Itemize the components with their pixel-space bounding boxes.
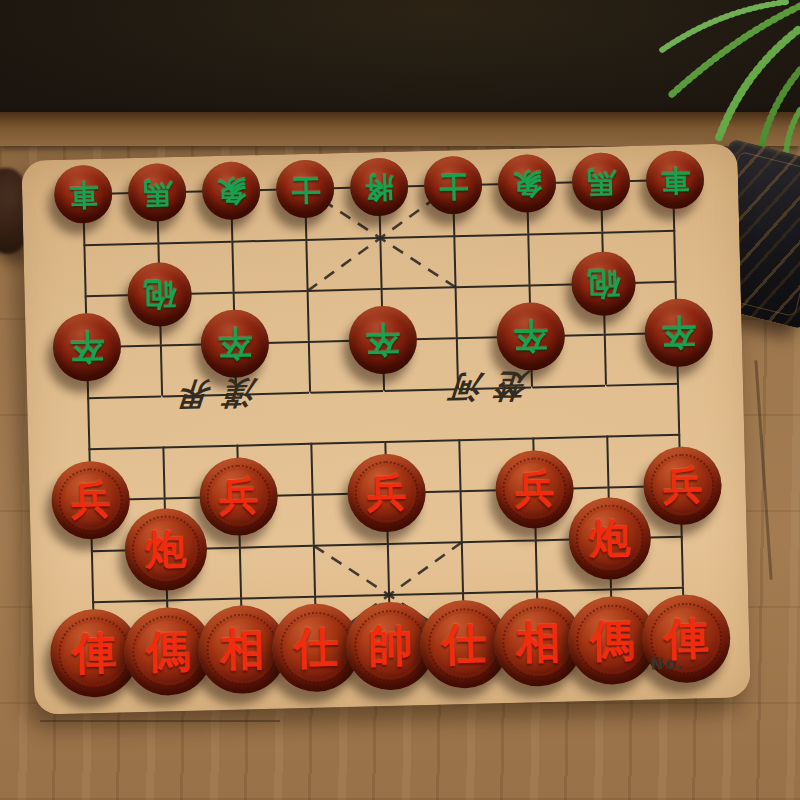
piece-green-elephant[interactable]: 象 bbox=[497, 154, 556, 213]
piece-character: 將 bbox=[364, 172, 394, 202]
piece-character: 兵 bbox=[366, 473, 406, 513]
serial-number-label: No. bbox=[650, 654, 684, 674]
piece-character: 士 bbox=[290, 174, 320, 204]
piece-character: 兵 bbox=[514, 469, 554, 509]
piece-character: 卒 bbox=[513, 319, 548, 354]
piece-green-advisor[interactable]: 士 bbox=[423, 156, 482, 215]
piece-character: 相 bbox=[516, 620, 561, 665]
piece-character: 砲 bbox=[143, 278, 176, 311]
piece-character: 仕 bbox=[294, 625, 339, 670]
xiangqi-board-mat: 車馬象士將士象馬車砲砲卒卒卒卒卒兵兵兵兵兵炮炮俥傌相仕帥仕相傌俥 漢界 楚河 N… bbox=[21, 143, 750, 714]
piece-green-soldier[interactable]: 卒 bbox=[496, 302, 566, 372]
river-text-right: 楚河 bbox=[397, 363, 570, 409]
piece-green-elephant[interactable]: 象 bbox=[201, 161, 260, 220]
piece-character: 帥 bbox=[368, 623, 413, 668]
scene: 車馬象士將士象馬車砲砲卒卒卒卒卒兵兵兵兵兵炮炮俥傌相仕帥仕相傌俥 漢界 楚河 N… bbox=[0, 0, 800, 800]
board-area: 車馬象士將士象馬車砲砲卒卒卒卒卒兵兵兵兵兵炮炮俥傌相仕帥仕相傌俥 bbox=[82, 179, 689, 654]
piece-green-soldier[interactable]: 卒 bbox=[644, 298, 714, 368]
piece-character: 炮 bbox=[589, 518, 631, 560]
piece-character: 俥 bbox=[72, 630, 117, 675]
piece-character: 士 bbox=[438, 170, 468, 200]
piece-character: 砲 bbox=[587, 267, 620, 300]
piece-red-soldier[interactable]: 兵 bbox=[51, 460, 131, 540]
river-text-left: 漢界 bbox=[125, 370, 298, 416]
piece-character: 馬 bbox=[142, 178, 172, 208]
piece-green-cannon[interactable]: 砲 bbox=[570, 250, 636, 316]
piece-character: 車 bbox=[660, 165, 690, 195]
piece-character: 象 bbox=[512, 169, 542, 199]
piece-green-soldier[interactable]: 卒 bbox=[348, 305, 418, 375]
pieces-layer: 車馬象士將士象馬車砲砲卒卒卒卒卒兵兵兵兵兵炮炮俥傌相仕帥仕相傌俥 bbox=[82, 179, 689, 654]
piece-character: 車 bbox=[68, 179, 98, 209]
piece-red-cannon[interactable]: 炮 bbox=[124, 508, 208, 592]
piece-green-cannon[interactable]: 砲 bbox=[126, 261, 192, 327]
wood-seam bbox=[40, 720, 280, 722]
piece-character: 仕 bbox=[442, 621, 487, 666]
piece-character: 象 bbox=[216, 176, 246, 206]
piece-character: 兵 bbox=[662, 466, 702, 506]
piece-green-horse[interactable]: 馬 bbox=[127, 163, 186, 222]
piece-green-chariot[interactable]: 車 bbox=[645, 150, 704, 209]
piece-red-soldier[interactable]: 兵 bbox=[198, 456, 278, 536]
piece-red-soldier[interactable]: 兵 bbox=[346, 453, 426, 533]
piece-green-general[interactable]: 將 bbox=[349, 157, 408, 216]
piece-red-soldier[interactable]: 兵 bbox=[642, 446, 722, 526]
piece-green-horse[interactable]: 馬 bbox=[571, 152, 630, 211]
piece-character: 傌 bbox=[590, 618, 635, 663]
piece-character: 炮 bbox=[145, 528, 187, 570]
piece-red-cannon[interactable]: 炮 bbox=[568, 497, 652, 581]
piece-character: 馬 bbox=[586, 167, 616, 197]
piece-green-chariot[interactable]: 車 bbox=[53, 165, 112, 224]
piece-character: 卒 bbox=[69, 330, 104, 365]
piece-character: 兵 bbox=[219, 477, 259, 517]
piece-character: 相 bbox=[220, 627, 265, 672]
piece-green-soldier[interactable]: 卒 bbox=[200, 309, 270, 379]
piece-red-soldier[interactable]: 兵 bbox=[494, 449, 574, 529]
piece-character: 傌 bbox=[146, 629, 191, 674]
piece-green-soldier[interactable]: 卒 bbox=[52, 312, 122, 382]
piece-character: 卒 bbox=[661, 315, 696, 350]
piece-character: 卒 bbox=[217, 326, 252, 361]
piece-character: 卒 bbox=[365, 323, 400, 358]
piece-character: 兵 bbox=[71, 480, 111, 520]
piece-green-advisor[interactable]: 士 bbox=[275, 159, 334, 218]
